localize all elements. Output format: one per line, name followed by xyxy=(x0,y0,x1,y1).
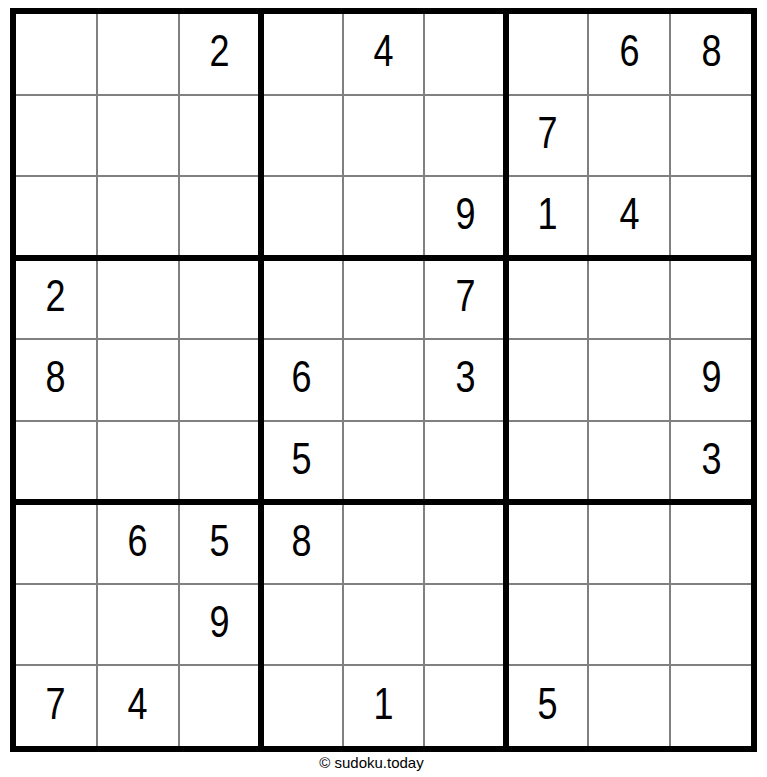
cell-r5c5[interactable] xyxy=(344,340,424,420)
cell-r6c8[interactable] xyxy=(589,422,669,502)
cell-r9c8[interactable] xyxy=(589,666,669,746)
given-digit: 9 xyxy=(210,599,230,644)
sudoku-board: 246879142786395365897415 xyxy=(10,8,757,752)
given-digit: 8 xyxy=(46,354,66,399)
cell-r7c4[interactable]: 8 xyxy=(262,503,342,583)
cell-r9c6[interactable] xyxy=(425,666,505,746)
cell-r2c7[interactable]: 7 xyxy=(507,96,587,176)
cell-r4c8[interactable] xyxy=(589,259,669,339)
cell-r5c4[interactable]: 6 xyxy=(262,340,342,420)
cell-r8c7[interactable] xyxy=(507,585,587,665)
given-digit: 4 xyxy=(128,681,148,726)
cell-r9c1[interactable]: 7 xyxy=(16,666,96,746)
cell-r1c3[interactable]: 2 xyxy=(180,14,260,94)
cell-r1c2[interactable] xyxy=(98,14,178,94)
cell-r3c6[interactable]: 9 xyxy=(425,177,505,257)
cell-r4c3[interactable] xyxy=(180,259,260,339)
cell-r6c1[interactable] xyxy=(16,422,96,502)
cell-r5c3[interactable] xyxy=(180,340,260,420)
given-digit: 1 xyxy=(537,191,557,236)
cell-r7c3[interactable]: 5 xyxy=(180,503,260,583)
given-digit: 3 xyxy=(455,354,475,399)
cell-r6c9[interactable]: 3 xyxy=(671,422,751,502)
cell-r5c6[interactable]: 3 xyxy=(425,340,505,420)
given-digit: 2 xyxy=(210,28,230,73)
given-digit: 8 xyxy=(292,518,312,563)
cell-r7c9[interactable] xyxy=(671,503,751,583)
given-digit: 6 xyxy=(128,518,148,563)
box-border-vertical-2 xyxy=(503,14,509,746)
cell-r8c1[interactable] xyxy=(16,585,96,665)
cell-r9c2[interactable]: 4 xyxy=(98,666,178,746)
cell-r2c5[interactable] xyxy=(344,96,424,176)
cell-r4c4[interactable] xyxy=(262,259,342,339)
cell-r8c4[interactable] xyxy=(262,585,342,665)
cell-r3c2[interactable] xyxy=(98,177,178,257)
cell-r6c4[interactable]: 5 xyxy=(262,422,342,502)
given-digit: 7 xyxy=(46,681,66,726)
cell-r7c5[interactable] xyxy=(344,503,424,583)
box-border-horizontal-1 xyxy=(16,255,751,261)
cell-r1c7[interactable] xyxy=(507,14,587,94)
cell-r5c7[interactable] xyxy=(507,340,587,420)
cell-r8c2[interactable] xyxy=(98,585,178,665)
given-digit: 5 xyxy=(537,681,557,726)
cell-r9c3[interactable] xyxy=(180,666,260,746)
cell-r6c7[interactable] xyxy=(507,422,587,502)
cell-r4c5[interactable] xyxy=(344,259,424,339)
cell-r7c7[interactable] xyxy=(507,503,587,583)
box-border-vertical-1 xyxy=(258,14,264,746)
given-digit: 9 xyxy=(455,191,475,236)
cell-r9c7[interactable]: 5 xyxy=(507,666,587,746)
cell-r3c4[interactable] xyxy=(262,177,342,257)
given-digit: 4 xyxy=(373,28,393,73)
cell-r8c5[interactable] xyxy=(344,585,424,665)
cell-r6c2[interactable] xyxy=(98,422,178,502)
cell-r3c8[interactable]: 4 xyxy=(589,177,669,257)
credit-text: © sudoku.today xyxy=(0,754,755,771)
cell-r2c4[interactable] xyxy=(262,96,342,176)
cell-r3c1[interactable] xyxy=(16,177,96,257)
cell-r2c3[interactable] xyxy=(180,96,260,176)
given-digit: 5 xyxy=(210,518,230,563)
cell-r3c7[interactable]: 1 xyxy=(507,177,587,257)
cell-r4c1[interactable]: 2 xyxy=(16,259,96,339)
cell-r7c6[interactable] xyxy=(425,503,505,583)
cell-r3c9[interactable] xyxy=(671,177,751,257)
cell-r3c3[interactable] xyxy=(180,177,260,257)
cell-r1c5[interactable]: 4 xyxy=(344,14,424,94)
given-digit: 3 xyxy=(701,436,721,481)
given-digit: 4 xyxy=(619,191,639,236)
cell-r1c8[interactable]: 6 xyxy=(589,14,669,94)
given-digit: 7 xyxy=(537,110,557,155)
cell-r4c9[interactable] xyxy=(671,259,751,339)
cell-r7c1[interactable] xyxy=(16,503,96,583)
cell-r9c5[interactable]: 1 xyxy=(344,666,424,746)
cell-r2c9[interactable] xyxy=(671,96,751,176)
given-digit: 8 xyxy=(701,28,721,73)
cell-r8c8[interactable] xyxy=(589,585,669,665)
cell-r2c6[interactable] xyxy=(425,96,505,176)
cell-r7c8[interactable] xyxy=(589,503,669,583)
cell-r4c6[interactable]: 7 xyxy=(425,259,505,339)
cell-r6c3[interactable] xyxy=(180,422,260,502)
cell-r5c8[interactable] xyxy=(589,340,669,420)
cell-r5c2[interactable] xyxy=(98,340,178,420)
sudoku-grid: 246879142786395365897415 xyxy=(16,14,751,746)
cell-r1c9[interactable]: 8 xyxy=(671,14,751,94)
cell-r4c2[interactable] xyxy=(98,259,178,339)
cell-r9c4[interactable] xyxy=(262,666,342,746)
cell-r5c9[interactable]: 9 xyxy=(671,340,751,420)
cell-r9c9[interactable] xyxy=(671,666,751,746)
cell-r8c6[interactable] xyxy=(425,585,505,665)
cell-r7c2[interactable]: 6 xyxy=(98,503,178,583)
cell-r4c7[interactable] xyxy=(507,259,587,339)
given-digit: 9 xyxy=(701,354,721,399)
given-digit: 1 xyxy=(373,681,393,726)
cell-r6c6[interactable] xyxy=(425,422,505,502)
cell-r5c1[interactable]: 8 xyxy=(16,340,96,420)
given-digit: 6 xyxy=(619,28,639,73)
cell-r8c9[interactable] xyxy=(671,585,751,665)
cell-r1c4[interactable] xyxy=(262,14,342,94)
cell-r3c5[interactable] xyxy=(344,177,424,257)
cell-r2c8[interactable] xyxy=(589,96,669,176)
cell-r6c5[interactable] xyxy=(344,422,424,502)
cell-r2c2[interactable] xyxy=(98,96,178,176)
cell-r1c6[interactable] xyxy=(425,14,505,94)
page: 246879142786395365897415 © sudoku.today xyxy=(0,0,767,777)
given-digit: 2 xyxy=(46,273,66,318)
cell-r1c1[interactable] xyxy=(16,14,96,94)
cell-r8c3[interactable]: 9 xyxy=(180,585,260,665)
given-digit: 5 xyxy=(292,436,312,481)
box-border-horizontal-2 xyxy=(16,499,751,505)
given-digit: 6 xyxy=(292,354,312,399)
cell-r2c1[interactable] xyxy=(16,96,96,176)
given-digit: 7 xyxy=(455,273,475,318)
